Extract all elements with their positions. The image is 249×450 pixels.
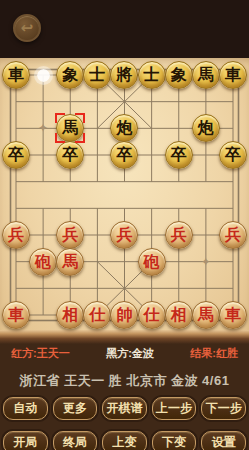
piece-red-cannon-f3[interactable]: 砲 — [138, 248, 166, 276]
prev-step-button[interactable]: 上一步 — [152, 397, 197, 420]
piece-red-soldier-c4[interactable]: 兵 — [56, 221, 84, 249]
piece-red-elephant-g1[interactable]: 相 — [165, 301, 193, 329]
more-button[interactable]: 更多 — [53, 397, 98, 420]
piece-red-soldier-g4[interactable]: 兵 — [165, 221, 193, 249]
piece-black-soldier-g7[interactable]: 卒 — [165, 141, 193, 169]
last-move-origin-dot — [37, 69, 50, 82]
piece-black-chariot-i10[interactable]: 車 — [219, 61, 247, 89]
xiangqi-app-screen: ↩ — [0, 0, 249, 450]
next-step-button[interactable]: 下一步 — [201, 397, 246, 420]
cannon-point-marker-h3: ✦ — [201, 256, 211, 268]
xiangqi-board: ✦✦車象士將士象馬車馬炮炮卒卒卒卒卒兵兵兵兵兵砲馬砲車相仕帥仕相馬車 — [0, 58, 249, 330]
toolbar-row-2: 开局 终局 上变 下变 设置 — [0, 431, 249, 450]
piece-black-soldier-a7[interactable]: 卒 — [2, 141, 30, 169]
piece-red-general-e1[interactable]: 帥 — [110, 301, 138, 329]
piece-black-advisor-d10[interactable]: 士 — [83, 61, 111, 89]
settings-button[interactable]: 设置 — [201, 431, 246, 450]
piece-red-elephant-c1[interactable]: 相 — [56, 301, 84, 329]
red-player-label: 红方:王天一 — [11, 346, 70, 361]
piece-red-soldier-e4[interactable]: 兵 — [110, 221, 138, 249]
piece-black-horse-h10[interactable]: 馬 — [192, 61, 220, 89]
piece-red-chariot-a1[interactable]: 車 — [2, 301, 30, 329]
piece-black-chariot-a10[interactable]: 車 — [2, 61, 30, 89]
piece-black-cannon-h8[interactable]: 炮 — [192, 114, 220, 142]
endgame-button[interactable]: 终局 — [53, 431, 98, 450]
back-button[interactable]: ↩ — [13, 14, 41, 42]
next-variation-button[interactable]: 下变 — [152, 431, 197, 450]
piece-red-chariot-i1[interactable]: 車 — [219, 301, 247, 329]
auto-button[interactable]: 自动 — [3, 397, 48, 420]
piece-black-soldier-e7[interactable]: 卒 — [110, 141, 138, 169]
player-info-bar: 红方:王天一 黑方:金波 结果:红胜 — [0, 346, 249, 361]
piece-black-elephant-c10[interactable]: 象 — [56, 61, 84, 89]
piece-red-soldier-a4[interactable]: 兵 — [2, 221, 30, 249]
piece-red-cannon-b3[interactable]: 砲 — [29, 248, 57, 276]
toolbar-row-1: 自动 更多 开棋谱 上一步 下一步 — [0, 397, 249, 418]
piece-black-general-e10[interactable]: 將 — [110, 61, 138, 89]
board-intersections-grid: ✦✦車象士將士象馬車馬炮炮卒卒卒卒卒兵兵兵兵兵砲馬砲車相仕帥仕相馬車 — [2, 62, 246, 329]
piece-red-horse-h1[interactable]: 馬 — [192, 301, 220, 329]
bottom-panel: 红方:王天一 黑方:金波 结果:红胜 浙江省 王天一 胜 北京市 金波 4/61… — [0, 344, 249, 450]
piece-black-horse-c8[interactable]: 馬 — [56, 114, 84, 142]
prev-variation-button[interactable]: 上变 — [102, 431, 147, 450]
cannon-point-marker-b8: ✦ — [38, 122, 48, 134]
black-player-label: 黑方:金波 — [106, 346, 154, 361]
open-record-button[interactable]: 开棋谱 — [102, 397, 147, 420]
top-bar: ↩ — [0, 0, 249, 58]
piece-black-elephant-g10[interactable]: 象 — [165, 61, 193, 89]
piece-black-cannon-e8[interactable]: 炮 — [110, 114, 138, 142]
result-label: 结果:红胜 — [190, 346, 238, 361]
piece-red-soldier-i4[interactable]: 兵 — [219, 221, 247, 249]
return-arrow-icon: ↩ — [21, 19, 34, 36]
piece-red-horse-c3[interactable]: 馬 — [56, 248, 84, 276]
game-summary-line: 浙江省 王天一 胜 北京市 金波 4/61 — [0, 372, 249, 390]
board-wooden-edge — [0, 330, 249, 344]
piece-black-soldier-c7[interactable]: 卒 — [56, 141, 84, 169]
opening-button[interactable]: 开局 — [3, 431, 48, 450]
piece-red-advisor-f1[interactable]: 仕 — [138, 301, 166, 329]
piece-red-advisor-d1[interactable]: 仕 — [83, 301, 111, 329]
piece-black-advisor-f10[interactable]: 士 — [138, 61, 166, 89]
piece-black-soldier-i7[interactable]: 卒 — [219, 141, 247, 169]
